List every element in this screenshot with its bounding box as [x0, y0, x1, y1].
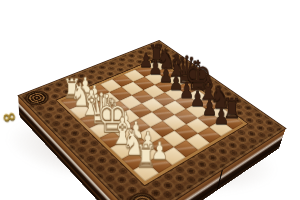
piece-white-king-e1: ♚ [97, 92, 127, 139]
piece-white-pawn-h2: ♟ [144, 137, 176, 164]
piece-white-queen-d1: ♛ [87, 85, 117, 129]
piece-black-pawn-h7: ♟ [207, 104, 236, 128]
piece-black-pawn-g7: ♟ [195, 95, 223, 119]
piece-black-pawn-c7: ♟ [152, 63, 178, 85]
piece-black-bishop-c8: ♝ [163, 48, 189, 81]
piece-black-pawn-d7: ♟ [162, 71, 189, 94]
carved-rosette-front [126, 190, 160, 200]
piece-white-pawn-e2: ♟ [111, 107, 141, 132]
photo-scene: ♜♞♝♛♚♝♞♜♟♟♟♟♟♟♟♟♟♟♟♟♟♟♟♟♜♞♝♛♚♝♞♜ ∞ [0, 0, 300, 200]
piece-white-knight-g1: ♞ [118, 123, 150, 160]
piece-black-king-e8: ♚ [184, 55, 211, 97]
piece-black-queen-d8: ♛ [174, 49, 200, 88]
piece-white-pawn-g2: ♟ [132, 126, 163, 152]
piece-white-pawn-f2: ♟ [121, 117, 151, 143]
pieces-layer: ♜♞♝♛♚♝♞♜♟♟♟♟♟♟♟♟♟♟♟♟♟♟♟♟♜♞♝♛♚♝♞♜ [61, 60, 243, 181]
piece-black-bishop-f8: ♝ [195, 70, 222, 105]
piece-black-rook-h8: ♜ [218, 93, 246, 122]
piece-black-pawn-f7: ♟ [184, 87, 212, 111]
